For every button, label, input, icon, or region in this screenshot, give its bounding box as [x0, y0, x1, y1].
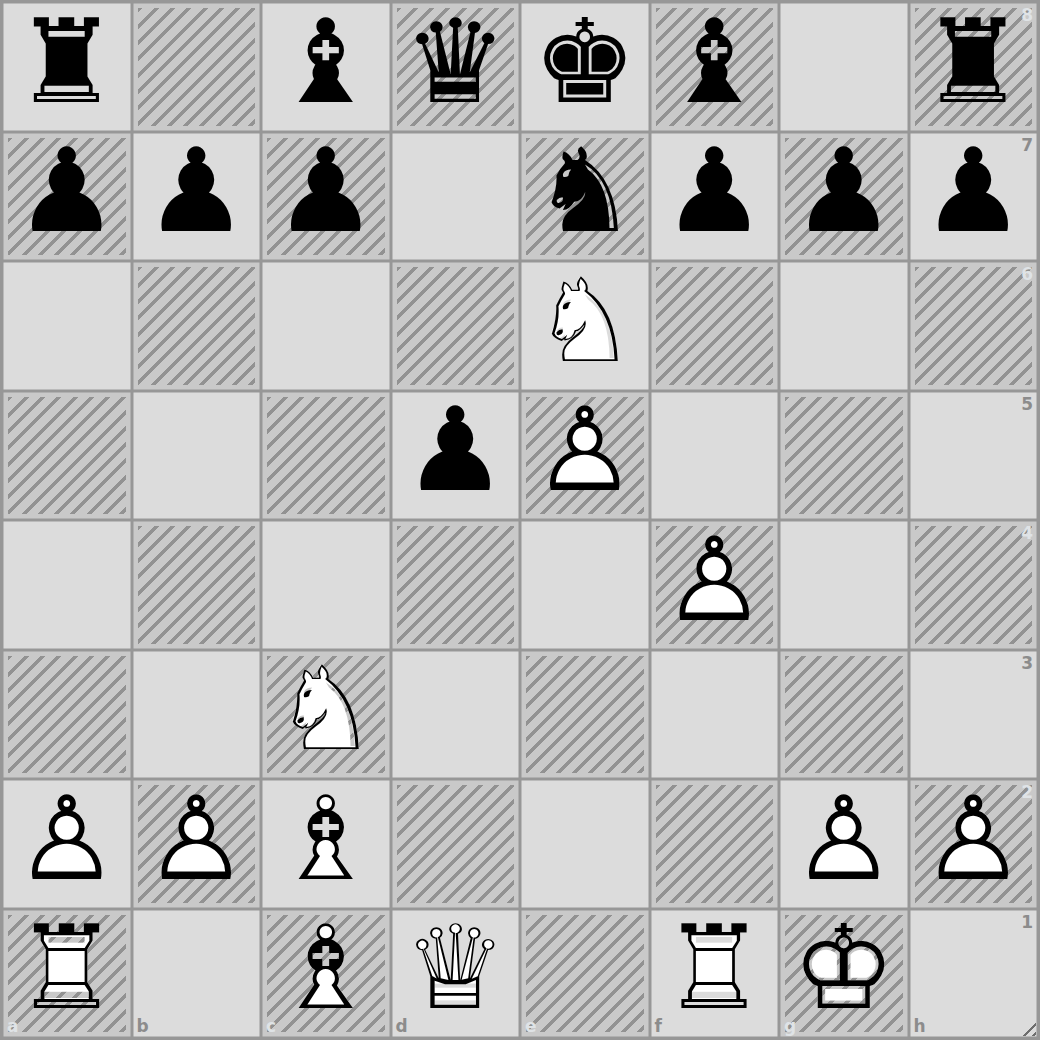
- square-g4[interactable]: [779, 520, 909, 650]
- square-d5[interactable]: ♟: [391, 391, 521, 521]
- square-b1[interactable]: b: [132, 909, 262, 1039]
- black-bishop-piece[interactable]: ♝: [650, 2, 780, 132]
- square-a6[interactable]: [2, 261, 132, 391]
- white-knight-piece[interactable]: ♞♘: [520, 261, 650, 391]
- square-c5[interactable]: [261, 391, 391, 521]
- square-e7[interactable]: ♞: [520, 132, 650, 262]
- square-e5[interactable]: ♟♙: [520, 391, 650, 521]
- square-c3[interactable]: ♞♘: [261, 650, 391, 780]
- white-pawn-piece[interactable]: ♟♙: [520, 391, 650, 521]
- square-b4[interactable]: [132, 520, 262, 650]
- square-d4[interactable]: [391, 520, 521, 650]
- square-e3[interactable]: [520, 650, 650, 780]
- square-f3[interactable]: [650, 650, 780, 780]
- square-d2[interactable]: [391, 779, 521, 909]
- white-knight-piece[interactable]: ♞♘: [261, 650, 391, 780]
- square-c4[interactable]: [261, 520, 391, 650]
- black-pawn-piece[interactable]: ♟: [391, 391, 521, 521]
- square-e1[interactable]: e: [520, 909, 650, 1039]
- square-e8[interactable]: ♚: [520, 2, 650, 132]
- black-knight-piece[interactable]: ♞: [520, 132, 650, 262]
- square-h6[interactable]: 6: [909, 261, 1039, 391]
- square-b8[interactable]: [132, 2, 262, 132]
- white-queen-piece[interactable]: ♛♕: [391, 909, 521, 1039]
- square-a5[interactable]: [2, 391, 132, 521]
- square-h7[interactable]: ♟7: [909, 132, 1039, 262]
- square-h2[interactable]: ♟♙2: [909, 779, 1039, 909]
- white-pawn-piece[interactable]: ♟♙: [650, 520, 780, 650]
- black-king-piece[interactable]: ♚: [520, 2, 650, 132]
- square-f8[interactable]: ♝: [650, 2, 780, 132]
- square-c6[interactable]: [261, 261, 391, 391]
- square-a2[interactable]: ♟♙: [2, 779, 132, 909]
- square-e6[interactable]: ♞♘: [520, 261, 650, 391]
- square-a4[interactable]: [2, 520, 132, 650]
- square-b6[interactable]: [132, 261, 262, 391]
- square-d3[interactable]: [391, 650, 521, 780]
- black-rook-piece[interactable]: ♜: [909, 2, 1039, 132]
- white-bishop-piece[interactable]: ♝♗: [261, 779, 391, 909]
- square-d7[interactable]: [391, 132, 521, 262]
- square-a3[interactable]: [2, 650, 132, 780]
- white-rook-piece[interactable]: ♜♖: [650, 909, 780, 1039]
- rank-label-4: 4: [1021, 523, 1033, 543]
- chess-board-container: ♜♝♛♚♝♜8♟♟♟♞♟♟♟7♞♘6♟♟♙5♟♙4♞♘3♟♙♟♙♝♗♟♙♟♙2♜…: [0, 0, 1040, 1040]
- black-queen-piece[interactable]: ♛: [391, 2, 521, 132]
- black-pawn-piece[interactable]: ♟: [2, 132, 132, 262]
- black-pawn-piece[interactable]: ♟: [779, 132, 909, 262]
- square-b2[interactable]: ♟♙: [132, 779, 262, 909]
- square-g3[interactable]: [779, 650, 909, 780]
- square-h3[interactable]: 3: [909, 650, 1039, 780]
- square-h5[interactable]: 5: [909, 391, 1039, 521]
- white-pawn-piece[interactable]: ♟♙: [779, 779, 909, 909]
- square-g6[interactable]: [779, 261, 909, 391]
- square-d6[interactable]: [391, 261, 521, 391]
- white-pawn-piece[interactable]: ♟♙: [2, 779, 132, 909]
- white-pawn-piece[interactable]: ♟♙: [132, 779, 262, 909]
- square-h8[interactable]: ♜8: [909, 2, 1039, 132]
- square-g2[interactable]: ♟♙: [779, 779, 909, 909]
- white-rook-piece[interactable]: ♜♖: [2, 909, 132, 1039]
- square-d8[interactable]: ♛: [391, 2, 521, 132]
- square-g1[interactable]: ♚♔g: [779, 909, 909, 1039]
- white-bishop-piece[interactable]: ♝♗: [261, 909, 391, 1039]
- file-label-b: b: [137, 1016, 149, 1036]
- square-f1[interactable]: ♜♖f: [650, 909, 780, 1039]
- square-b3[interactable]: [132, 650, 262, 780]
- square-c2[interactable]: ♝♗: [261, 779, 391, 909]
- black-pawn-piece[interactable]: ♟: [909, 132, 1039, 262]
- rank-label-3: 3: [1021, 653, 1033, 673]
- square-e2[interactable]: [520, 779, 650, 909]
- square-b7[interactable]: ♟: [132, 132, 262, 262]
- square-f2[interactable]: [650, 779, 780, 909]
- square-f7[interactable]: ♟: [650, 132, 780, 262]
- square-e4[interactable]: [520, 520, 650, 650]
- square-a7[interactable]: ♟: [2, 132, 132, 262]
- square-d1[interactable]: ♛♕d: [391, 909, 521, 1039]
- square-g7[interactable]: ♟: [779, 132, 909, 262]
- black-rook-piece[interactable]: ♜: [2, 2, 132, 132]
- white-pawn-piece[interactable]: ♟♙: [909, 779, 1039, 909]
- square-a8[interactable]: ♜: [2, 2, 132, 132]
- square-g8[interactable]: [779, 2, 909, 132]
- square-f4[interactable]: ♟♙: [650, 520, 780, 650]
- file-label-h: h: [914, 1016, 926, 1036]
- black-pawn-piece[interactable]: ♟: [650, 132, 780, 262]
- square-c7[interactable]: ♟: [261, 132, 391, 262]
- square-h4[interactable]: 4: [909, 520, 1039, 650]
- square-c1[interactable]: ♝♗c: [261, 909, 391, 1039]
- file-label-e: e: [525, 1016, 537, 1036]
- black-bishop-piece[interactable]: ♝: [261, 2, 391, 132]
- square-h1[interactable]: 1h: [909, 909, 1039, 1039]
- square-f5[interactable]: [650, 391, 780, 521]
- square-b5[interactable]: [132, 391, 262, 521]
- square-a1[interactable]: ♜♖a: [2, 909, 132, 1039]
- black-pawn-piece[interactable]: ♟: [132, 132, 262, 262]
- rank-label-6: 6: [1021, 264, 1033, 284]
- square-f6[interactable]: [650, 261, 780, 391]
- square-c8[interactable]: ♝: [261, 2, 391, 132]
- square-g5[interactable]: [779, 391, 909, 521]
- chess-board: ♜♝♛♚♝♜8♟♟♟♞♟♟♟7♞♘6♟♟♙5♟♙4♞♘3♟♙♟♙♝♗♟♙♟♙2♜…: [0, 0, 1040, 1040]
- black-pawn-piece[interactable]: ♟: [261, 132, 391, 262]
- rank-label-5: 5: [1021, 394, 1033, 414]
- white-king-piece[interactable]: ♚♔: [779, 909, 909, 1039]
- rank-label-1: 1: [1021, 912, 1033, 932]
